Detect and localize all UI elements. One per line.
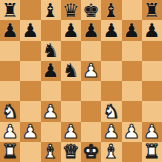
piece-white-bishop[interactable]: ♝ — [103, 142, 120, 161]
square-d6[interactable] — [61, 41, 81, 61]
piece-white-pawn[interactable]: ♟ — [143, 122, 160, 141]
square-b1[interactable] — [20, 142, 40, 162]
piece-black-pawn[interactable]: ♟ — [42, 61, 59, 80]
square-g2[interactable]: ♟ — [122, 122, 142, 142]
square-a6[interactable] — [0, 41, 20, 61]
piece-white-pawn[interactable]: ♟ — [22, 122, 39, 141]
piece-white-pawn[interactable]: ♟ — [103, 122, 120, 141]
square-e8[interactable]: ♚ — [81, 0, 101, 20]
piece-black-pawn[interactable]: ♟ — [143, 20, 160, 39]
square-h2[interactable]: ♟ — [142, 122, 162, 142]
square-e1[interactable]: ♚ — [81, 142, 101, 162]
square-e7[interactable]: ♟ — [81, 20, 101, 40]
square-c2[interactable] — [41, 122, 61, 142]
piece-black-king[interactable]: ♚ — [83, 0, 100, 19]
square-h1[interactable]: ♜ — [142, 142, 162, 162]
square-f8[interactable]: ♝ — [101, 0, 121, 20]
square-a8[interactable]: ♜ — [0, 0, 20, 20]
square-a5[interactable] — [0, 61, 20, 81]
piece-white-pawn[interactable]: ♟ — [42, 101, 59, 120]
square-f2[interactable]: ♟ — [101, 122, 121, 142]
square-g7[interactable]: ♟ — [122, 20, 142, 40]
square-g1[interactable] — [122, 142, 142, 162]
square-d7[interactable]: ♟ — [61, 20, 81, 40]
piece-white-rook[interactable]: ♜ — [2, 142, 19, 161]
piece-black-pawn[interactable]: ♟ — [103, 20, 120, 39]
square-b3[interactable] — [20, 101, 40, 121]
square-d5[interactable]: ♞ — [61, 61, 81, 81]
square-e5[interactable]: ♟ — [81, 61, 101, 81]
square-f3[interactable]: ♞ — [101, 101, 121, 121]
piece-white-pawn[interactable]: ♟ — [2, 122, 19, 141]
square-a7[interactable]: ♟ — [0, 20, 20, 40]
square-a3[interactable]: ♞ — [0, 101, 20, 121]
piece-white-king[interactable]: ♚ — [83, 142, 100, 161]
square-d2[interactable]: ♟ — [61, 122, 81, 142]
square-b8[interactable] — [20, 0, 40, 20]
square-c6[interactable]: ♞ — [41, 41, 61, 61]
piece-black-pawn[interactable]: ♟ — [22, 20, 39, 39]
square-a4[interactable] — [0, 81, 20, 101]
piece-black-pawn[interactable]: ♟ — [123, 20, 140, 39]
square-c3[interactable]: ♟ — [41, 101, 61, 121]
piece-black-knight[interactable]: ♞ — [42, 41, 59, 60]
square-h8[interactable]: ♜ — [142, 0, 162, 20]
square-c1[interactable]: ♝ — [41, 142, 61, 162]
piece-black-bishop[interactable]: ♝ — [42, 0, 59, 19]
square-f1[interactable]: ♝ — [101, 142, 121, 162]
piece-black-rook[interactable]: ♜ — [2, 0, 19, 19]
chess-board: ♜♝♛♚♝♜♟♟♟♟♟♟♟♞♟♞♟♞♟♞♟♟♟♟♟♟♜♝♛♚♝♜ — [0, 0, 162, 162]
square-f7[interactable]: ♟ — [101, 20, 121, 40]
square-f5[interactable] — [101, 61, 121, 81]
square-a2[interactable]: ♟ — [0, 122, 20, 142]
piece-white-bishop[interactable]: ♝ — [42, 142, 59, 161]
square-g3[interactable] — [122, 101, 142, 121]
piece-white-rook[interactable]: ♜ — [143, 142, 160, 161]
piece-black-queen[interactable]: ♛ — [62, 0, 79, 19]
square-b2[interactable]: ♟ — [20, 122, 40, 142]
piece-black-pawn[interactable]: ♟ — [62, 20, 79, 39]
piece-black-knight[interactable]: ♞ — [62, 61, 79, 80]
piece-black-pawn[interactable]: ♟ — [2, 20, 19, 39]
square-d3[interactable] — [61, 101, 81, 121]
square-e2[interactable] — [81, 122, 101, 142]
piece-white-pawn[interactable]: ♟ — [83, 61, 100, 80]
square-h3[interactable] — [142, 101, 162, 121]
square-g6[interactable] — [122, 41, 142, 61]
square-g8[interactable] — [122, 0, 142, 20]
square-c8[interactable]: ♝ — [41, 0, 61, 20]
square-b5[interactable] — [20, 61, 40, 81]
square-b7[interactable]: ♟ — [20, 20, 40, 40]
piece-white-knight[interactable]: ♞ — [103, 101, 120, 120]
square-h4[interactable] — [142, 81, 162, 101]
square-h5[interactable] — [142, 61, 162, 81]
square-b4[interactable] — [20, 81, 40, 101]
square-c5[interactable]: ♟ — [41, 61, 61, 81]
square-a1[interactable]: ♜ — [0, 142, 20, 162]
square-c4[interactable] — [41, 81, 61, 101]
square-d8[interactable]: ♛ — [61, 0, 81, 20]
square-c7[interactable] — [41, 20, 61, 40]
square-h6[interactable] — [142, 41, 162, 61]
piece-white-queen[interactable]: ♛ — [62, 142, 79, 161]
piece-white-pawn[interactable]: ♟ — [62, 122, 79, 141]
piece-white-pawn[interactable]: ♟ — [123, 122, 140, 141]
square-e4[interactable] — [81, 81, 101, 101]
piece-black-bishop[interactable]: ♝ — [103, 0, 120, 19]
square-h7[interactable]: ♟ — [142, 20, 162, 40]
square-g5[interactable] — [122, 61, 142, 81]
square-d4[interactable] — [61, 81, 81, 101]
piece-white-knight[interactable]: ♞ — [2, 101, 19, 120]
square-f6[interactable] — [101, 41, 121, 61]
square-e3[interactable] — [81, 101, 101, 121]
square-b6[interactable] — [20, 41, 40, 61]
piece-black-pawn[interactable]: ♟ — [83, 20, 100, 39]
square-e6[interactable] — [81, 41, 101, 61]
square-d1[interactable]: ♛ — [61, 142, 81, 162]
square-g4[interactable] — [122, 81, 142, 101]
square-f4[interactable] — [101, 81, 121, 101]
piece-black-rook[interactable]: ♜ — [143, 0, 160, 19]
chess-board-container: ♜♝♛♚♝♜♟♟♟♟♟♟♟♞♟♞♟♞♟♞♟♟♟♟♟♟♜♝♛♚♝♜ — [0, 0, 162, 162]
